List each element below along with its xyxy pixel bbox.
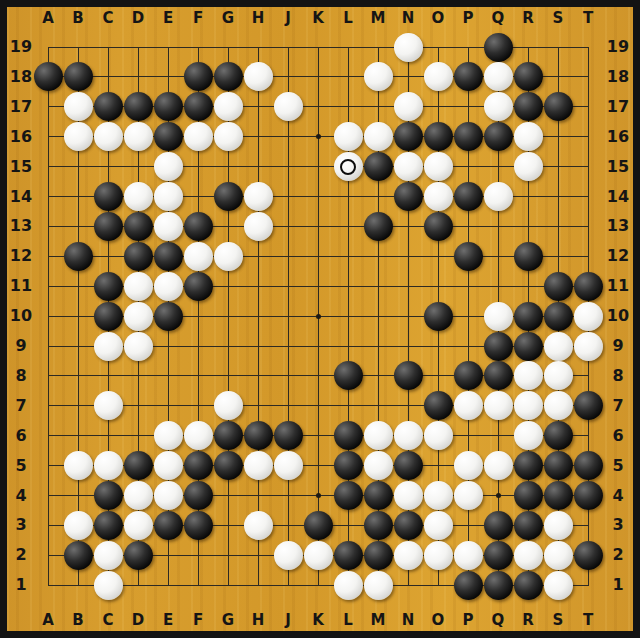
white-stone-C2: [94, 541, 123, 570]
white-stone-S3: [544, 511, 573, 540]
black-stone-M15: [364, 152, 393, 181]
black-stone-N14: [394, 182, 423, 211]
white-stone-O2: [424, 541, 453, 570]
white-stone-E11: [154, 272, 183, 301]
white-stone-C7: [94, 391, 123, 420]
white-stone-E5: [154, 451, 183, 480]
black-stone-N8: [394, 361, 423, 390]
black-stone-G14: [214, 182, 243, 211]
row-label-left-13: 13: [8, 216, 34, 235]
black-stone-F5: [184, 451, 213, 480]
black-stone-P12: [454, 242, 483, 271]
row-label-left-19: 19: [8, 37, 34, 56]
column-label-bottom-O: O: [426, 611, 450, 629]
black-stone-L8: [334, 361, 363, 390]
star-point-Q4: [496, 493, 501, 498]
white-stone-O18: [424, 62, 453, 91]
black-stone-N3: [394, 511, 423, 540]
black-stone-M3: [364, 511, 393, 540]
row-label-right-7: 7: [605, 396, 631, 415]
row-label-left-3: 3: [8, 515, 34, 534]
column-label-bottom-S: S: [546, 611, 570, 629]
white-stone-Q5: [484, 451, 513, 480]
white-stone-M1: [364, 571, 393, 600]
black-stone-H6: [244, 421, 273, 450]
white-stone-R16: [514, 122, 543, 151]
black-stone-C4: [94, 481, 123, 510]
white-stone-G16: [214, 122, 243, 151]
black-stone-O13: [424, 212, 453, 241]
black-stone-J6: [274, 421, 303, 450]
row-label-left-18: 18: [8, 67, 34, 86]
white-stone-D4: [124, 481, 153, 510]
column-label-bottom-M: M: [366, 611, 390, 629]
black-stone-D12: [124, 242, 153, 271]
white-stone-R15: [514, 152, 543, 181]
white-stone-Q7: [484, 391, 513, 420]
column-label-bottom-N: N: [396, 611, 420, 629]
row-label-left-2: 2: [8, 545, 34, 564]
column-label-top-Q: Q: [486, 9, 510, 27]
column-label-bottom-K: K: [306, 611, 330, 629]
column-label-bottom-E: E: [156, 611, 180, 629]
black-stone-T5: [574, 451, 603, 480]
black-stone-C10: [94, 302, 123, 331]
black-stone-O7: [424, 391, 453, 420]
column-label-bottom-T: T: [576, 611, 600, 629]
row-label-right-8: 8: [605, 366, 631, 385]
column-label-bottom-R: R: [516, 611, 540, 629]
black-stone-N5: [394, 451, 423, 480]
white-stone-O4: [424, 481, 453, 510]
black-stone-A18: [34, 62, 63, 91]
row-label-left-10: 10: [8, 306, 34, 325]
white-stone-D3: [124, 511, 153, 540]
black-stone-O10: [424, 302, 453, 331]
white-stone-R6: [514, 421, 543, 450]
row-label-right-9: 9: [605, 336, 631, 355]
black-stone-E10: [154, 302, 183, 331]
black-stone-F17: [184, 92, 213, 121]
white-stone-Q14: [484, 182, 513, 211]
column-label-top-N: N: [396, 9, 420, 27]
black-stone-E3: [154, 511, 183, 540]
row-label-left-15: 15: [8, 157, 34, 176]
black-stone-R1: [514, 571, 543, 600]
white-stone-H13: [244, 212, 273, 241]
white-stone-N15: [394, 152, 423, 181]
white-stone-N4: [394, 481, 423, 510]
black-stone-E12: [154, 242, 183, 271]
row-label-left-16: 16: [8, 127, 34, 146]
white-stone-O15: [424, 152, 453, 181]
black-stone-T2: [574, 541, 603, 570]
column-label-bottom-A: A: [36, 611, 60, 629]
column-label-bottom-H: H: [246, 611, 270, 629]
white-stone-D10: [124, 302, 153, 331]
black-stone-R18: [514, 62, 543, 91]
black-stone-B2: [64, 541, 93, 570]
white-stone-C16: [94, 122, 123, 151]
row-label-right-15: 15: [605, 157, 631, 176]
white-stone-J2: [274, 541, 303, 570]
row-label-right-19: 19: [605, 37, 631, 56]
column-label-bottom-Q: Q: [486, 611, 510, 629]
row-label-left-7: 7: [8, 396, 34, 415]
black-stone-S5: [544, 451, 573, 480]
white-stone-L15: [334, 152, 363, 181]
column-label-top-T: T: [576, 9, 600, 27]
white-stone-J5: [274, 451, 303, 480]
black-stone-K3: [304, 511, 333, 540]
white-stone-G17: [214, 92, 243, 121]
white-stone-R7: [514, 391, 543, 420]
row-label-left-8: 8: [8, 366, 34, 385]
row-label-right-18: 18: [605, 67, 631, 86]
black-stone-M2: [364, 541, 393, 570]
white-stone-S8: [544, 361, 573, 390]
black-stone-P16: [454, 122, 483, 151]
row-label-left-11: 11: [8, 276, 34, 295]
white-stone-F12: [184, 242, 213, 271]
white-stone-M16: [364, 122, 393, 151]
row-label-right-10: 10: [605, 306, 631, 325]
white-stone-E14: [154, 182, 183, 211]
black-stone-M13: [364, 212, 393, 241]
white-stone-N17: [394, 92, 423, 121]
white-stone-H3: [244, 511, 273, 540]
column-label-bottom-J: J: [276, 611, 300, 629]
row-label-right-1: 1: [605, 575, 631, 594]
star-point-K4: [316, 493, 321, 498]
column-label-top-C: C: [96, 9, 120, 27]
white-stone-D11: [124, 272, 153, 301]
row-label-right-5: 5: [605, 456, 631, 475]
star-point-K16: [316, 134, 321, 139]
black-stone-R3: [514, 511, 543, 540]
white-stone-N6: [394, 421, 423, 450]
white-stone-E4: [154, 481, 183, 510]
black-stone-L2: [334, 541, 363, 570]
black-stone-D5: [124, 451, 153, 480]
white-stone-P7: [454, 391, 483, 420]
star-point-K10: [316, 314, 321, 319]
row-label-left-12: 12: [8, 246, 34, 265]
column-label-top-A: A: [36, 9, 60, 27]
white-stone-Q10: [484, 302, 513, 331]
row-label-left-4: 4: [8, 486, 34, 505]
black-stone-R5: [514, 451, 543, 480]
row-label-right-11: 11: [605, 276, 631, 295]
black-stone-L6: [334, 421, 363, 450]
black-stone-P1: [454, 571, 483, 600]
column-label-top-B: B: [66, 9, 90, 27]
column-label-top-K: K: [306, 9, 330, 27]
grid-vertical-line: [258, 47, 259, 586]
white-stone-C5: [94, 451, 123, 480]
white-stone-B5: [64, 451, 93, 480]
black-stone-T4: [574, 481, 603, 510]
black-stone-S11: [544, 272, 573, 301]
column-label-bottom-F: F: [186, 611, 210, 629]
row-label-right-17: 17: [605, 97, 631, 116]
column-label-top-M: M: [366, 9, 390, 27]
column-label-top-D: D: [126, 9, 150, 27]
black-stone-S10: [544, 302, 573, 331]
white-stone-S9: [544, 332, 573, 361]
black-stone-P14: [454, 182, 483, 211]
black-stone-Q16: [484, 122, 513, 151]
black-stone-F4: [184, 481, 213, 510]
grid-vertical-line: [48, 47, 49, 586]
black-stone-D17: [124, 92, 153, 121]
black-stone-G18: [214, 62, 243, 91]
black-stone-O16: [424, 122, 453, 151]
white-stone-H5: [244, 451, 273, 480]
go-board[interactable]: AABBCCDDEEFFGGHHJJKKLLMMNNOOPPQQRRSSTT19…: [7, 7, 633, 631]
row-label-left-6: 6: [8, 426, 34, 445]
white-stone-S7: [544, 391, 573, 420]
white-stone-O14: [424, 182, 453, 211]
black-stone-R4: [514, 481, 543, 510]
black-stone-Q9: [484, 332, 513, 361]
black-stone-F3: [184, 511, 213, 540]
black-stone-T11: [574, 272, 603, 301]
white-stone-P4: [454, 481, 483, 510]
row-label-left-1: 1: [8, 575, 34, 594]
white-stone-N19: [394, 33, 423, 62]
white-stone-D9: [124, 332, 153, 361]
row-label-right-14: 14: [605, 187, 631, 206]
black-stone-S17: [544, 92, 573, 121]
row-label-right-16: 16: [605, 127, 631, 146]
white-stone-E6: [154, 421, 183, 450]
black-stone-R12: [514, 242, 543, 271]
grid-horizontal-line: [48, 435, 589, 436]
white-stone-H18: [244, 62, 273, 91]
white-stone-B3: [64, 511, 93, 540]
white-stone-T9: [574, 332, 603, 361]
black-stone-G5: [214, 451, 243, 480]
black-stone-N16: [394, 122, 423, 151]
column-label-top-S: S: [546, 9, 570, 27]
black-stone-B12: [64, 242, 93, 271]
black-stone-R10: [514, 302, 543, 331]
black-stone-F18: [184, 62, 213, 91]
black-stone-Q3: [484, 511, 513, 540]
white-stone-D14: [124, 182, 153, 211]
row-label-left-9: 9: [8, 336, 34, 355]
row-label-right-4: 4: [605, 486, 631, 505]
black-stone-L4: [334, 481, 363, 510]
black-stone-R9: [514, 332, 543, 361]
column-label-bottom-D: D: [126, 611, 150, 629]
white-stone-T10: [574, 302, 603, 331]
white-stone-M18: [364, 62, 393, 91]
black-stone-C14: [94, 182, 123, 211]
black-stone-C11: [94, 272, 123, 301]
row-label-right-12: 12: [605, 246, 631, 265]
white-stone-L16: [334, 122, 363, 151]
white-stone-N2: [394, 541, 423, 570]
black-stone-G6: [214, 421, 243, 450]
white-stone-Q18: [484, 62, 513, 91]
white-stone-Q17: [484, 92, 513, 121]
black-stone-C13: [94, 212, 123, 241]
go-app-window: AABBCCDDEEFFGGHHJJKKLLMMNNOOPPQQRRSSTT19…: [0, 0, 640, 638]
column-label-top-E: E: [156, 9, 180, 27]
white-stone-H14: [244, 182, 273, 211]
black-stone-D13: [124, 212, 153, 241]
row-label-left-14: 14: [8, 187, 34, 206]
column-label-bottom-B: B: [66, 611, 90, 629]
black-stone-Q2: [484, 541, 513, 570]
white-stone-R2: [514, 541, 543, 570]
white-stone-R8: [514, 361, 543, 390]
black-stone-E17: [154, 92, 183, 121]
black-stone-R17: [514, 92, 543, 121]
black-stone-F11: [184, 272, 213, 301]
column-label-bottom-G: G: [216, 611, 240, 629]
white-stone-P2: [454, 541, 483, 570]
grid-vertical-line: [288, 47, 289, 586]
column-label-top-R: R: [516, 9, 540, 27]
column-label-top-P: P: [456, 9, 480, 27]
white-stone-J17: [274, 92, 303, 121]
black-stone-B18: [64, 62, 93, 91]
grid-horizontal-line: [48, 166, 589, 167]
black-stone-S4: [544, 481, 573, 510]
white-stone-O6: [424, 421, 453, 450]
white-stone-B17: [64, 92, 93, 121]
black-stone-S6: [544, 421, 573, 450]
column-label-top-J: J: [276, 9, 300, 27]
black-stone-Q19: [484, 33, 513, 62]
white-stone-E15: [154, 152, 183, 181]
white-stone-C1: [94, 571, 123, 600]
white-stone-S2: [544, 541, 573, 570]
black-stone-C3: [94, 511, 123, 540]
white-stone-E13: [154, 212, 183, 241]
white-stone-D16: [124, 122, 153, 151]
column-label-top-H: H: [246, 9, 270, 27]
last-move-marker: [340, 159, 356, 175]
column-label-bottom-L: L: [336, 611, 360, 629]
white-stone-M5: [364, 451, 393, 480]
row-label-right-13: 13: [605, 216, 631, 235]
black-stone-Q1: [484, 571, 513, 600]
black-stone-L5: [334, 451, 363, 480]
row-label-left-17: 17: [8, 97, 34, 116]
black-stone-P8: [454, 361, 483, 390]
white-stone-C9: [94, 332, 123, 361]
black-stone-M4: [364, 481, 393, 510]
white-stone-F16: [184, 122, 213, 151]
white-stone-S1: [544, 571, 573, 600]
white-stone-F6: [184, 421, 213, 450]
black-stone-P18: [454, 62, 483, 91]
white-stone-G12: [214, 242, 243, 271]
white-stone-G7: [214, 391, 243, 420]
black-stone-Q8: [484, 361, 513, 390]
column-label-top-F: F: [186, 9, 210, 27]
row-label-right-3: 3: [605, 515, 631, 534]
white-stone-B16: [64, 122, 93, 151]
black-stone-E16: [154, 122, 183, 151]
white-stone-M6: [364, 421, 393, 450]
black-stone-D2: [124, 541, 153, 570]
column-label-bottom-C: C: [96, 611, 120, 629]
white-stone-L1: [334, 571, 363, 600]
white-stone-K2: [304, 541, 333, 570]
white-stone-O3: [424, 511, 453, 540]
row-label-right-2: 2: [605, 545, 631, 564]
row-label-left-5: 5: [8, 456, 34, 475]
black-stone-T7: [574, 391, 603, 420]
column-label-top-O: O: [426, 9, 450, 27]
column-label-top-G: G: [216, 9, 240, 27]
row-label-right-6: 6: [605, 426, 631, 445]
black-stone-C17: [94, 92, 123, 121]
black-stone-F13: [184, 212, 213, 241]
column-label-top-L: L: [336, 9, 360, 27]
white-stone-P5: [454, 451, 483, 480]
column-label-bottom-P: P: [456, 611, 480, 629]
